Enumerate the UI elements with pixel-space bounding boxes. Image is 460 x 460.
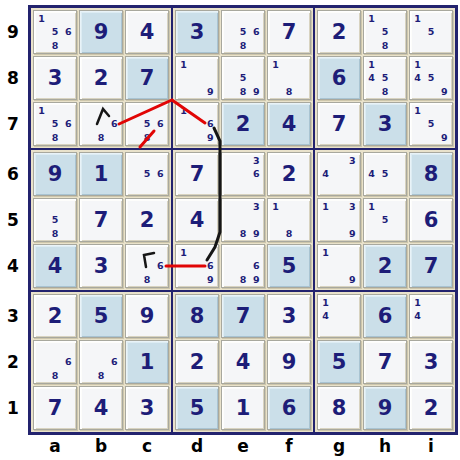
solved-digit-d5: 4 bbox=[176, 199, 218, 241]
empty-mark bbox=[438, 25, 451, 38]
cell-e3[interactable]: 7 bbox=[221, 294, 265, 338]
cell-b5[interactable]: 7 bbox=[79, 198, 123, 242]
col-label-i: i bbox=[418, 435, 444, 457]
cell-g2[interactable]: 5 bbox=[317, 340, 361, 384]
empty-mark bbox=[190, 131, 203, 144]
cell-d4[interactable]: 169 bbox=[175, 244, 219, 288]
solved-digit-e1: 1 bbox=[222, 387, 264, 429]
candidate-9-d8: 9 bbox=[204, 85, 217, 98]
box-8: 873249516 bbox=[173, 292, 313, 432]
pencil-marks-a9: 1568 bbox=[35, 12, 75, 52]
empty-mark bbox=[392, 167, 405, 180]
cell-f7[interactable]: 4 bbox=[267, 102, 311, 146]
candidate-6-e6: 6 bbox=[250, 167, 263, 180]
cell-d5[interactable]: 4 bbox=[175, 198, 219, 242]
empty-mark bbox=[392, 71, 405, 84]
candidate-8-a7: 8 bbox=[48, 131, 61, 144]
candidate-4-i3: 4 bbox=[411, 309, 424, 322]
solved-digit-b8: 2 bbox=[80, 57, 122, 99]
cell-a8[interactable]: 3 bbox=[33, 56, 77, 100]
empty-mark bbox=[346, 181, 359, 194]
candidate-5-a9: 5 bbox=[48, 25, 61, 38]
given-digit-i4: 7 bbox=[410, 245, 452, 287]
empty-mark bbox=[296, 227, 309, 240]
empty-mark bbox=[236, 58, 249, 71]
empty-mark bbox=[177, 85, 190, 98]
empty-mark bbox=[378, 200, 391, 213]
pencil-marks-f5: 18 bbox=[269, 200, 309, 240]
pencil-marks-e5: 389 bbox=[223, 200, 263, 240]
empty-mark bbox=[346, 323, 359, 336]
cell-c7[interactable]: 568 bbox=[125, 102, 169, 146]
given-digit-h7: 3 bbox=[364, 103, 406, 145]
candidate-5-h6: 5 bbox=[378, 167, 391, 180]
candidate-6-c7: 6 bbox=[154, 117, 167, 130]
cell-i2[interactable]: 3 bbox=[409, 340, 453, 384]
row-label-7: 7 bbox=[0, 113, 26, 135]
solved-digit-f2: 9 bbox=[268, 341, 310, 383]
cell-g5[interactable]: 139 bbox=[317, 198, 361, 242]
empty-mark bbox=[190, 58, 203, 71]
cell-b6[interactable]: 1 bbox=[79, 152, 123, 196]
empty-mark bbox=[282, 213, 295, 226]
cell-b9[interactable]: 9 bbox=[79, 10, 123, 54]
cell-a9[interactable]: 1568 bbox=[33, 10, 77, 54]
empty-mark bbox=[94, 104, 107, 117]
empty-mark bbox=[332, 309, 345, 322]
empty-mark bbox=[204, 71, 217, 84]
empty-mark bbox=[438, 39, 451, 52]
pencil-marks-a2: 68 bbox=[35, 342, 75, 382]
empty-mark bbox=[296, 200, 309, 213]
box-4: 915658724368 bbox=[31, 150, 171, 290]
cell-g4[interactable]: 19 bbox=[317, 244, 361, 288]
empty-mark bbox=[424, 39, 437, 52]
cell-a7[interactable]: 1568 bbox=[33, 102, 77, 146]
empty-mark bbox=[62, 131, 75, 144]
empty-mark bbox=[269, 85, 282, 98]
empty-mark bbox=[378, 154, 391, 167]
cell-e7[interactable]: 2 bbox=[221, 102, 265, 146]
candidate-9-e5: 9 bbox=[250, 227, 263, 240]
candidate-6-d7: 6 bbox=[204, 117, 217, 130]
candidate-5-e8: 5 bbox=[236, 71, 249, 84]
cell-e4[interactable]: 689 bbox=[221, 244, 265, 288]
empty-mark bbox=[204, 246, 217, 259]
pencil-marks-d8: 19 bbox=[177, 58, 217, 98]
cell-b2[interactable]: 68 bbox=[79, 340, 123, 384]
empty-mark bbox=[108, 342, 121, 355]
empty-mark bbox=[154, 104, 167, 117]
candidate-6-b7: 6 bbox=[108, 117, 121, 130]
empty-mark bbox=[332, 154, 345, 167]
empty-mark bbox=[223, 12, 236, 25]
cell-f2[interactable]: 9 bbox=[267, 340, 311, 384]
empty-mark bbox=[127, 273, 140, 286]
cell-g8[interactable]: 6 bbox=[317, 56, 361, 100]
cell-h5[interactable]: 15 bbox=[363, 198, 407, 242]
cell-c1[interactable]: 3 bbox=[125, 386, 169, 430]
row-label-6: 6 bbox=[0, 163, 26, 185]
empty-mark bbox=[154, 154, 167, 167]
pencil-marks-e4: 689 bbox=[223, 246, 263, 286]
cell-i4[interactable]: 7 bbox=[409, 244, 453, 288]
candidate-1-g5: 1 bbox=[319, 200, 332, 213]
solved-digit-c1: 3 bbox=[126, 387, 168, 429]
given-digit-c8: 7 bbox=[126, 57, 168, 99]
empty-mark bbox=[424, 323, 437, 336]
cell-g1[interactable]: 8 bbox=[317, 386, 361, 430]
empty-mark bbox=[154, 246, 167, 259]
pencil-marks-d4: 169 bbox=[177, 246, 217, 286]
solved-digit-a8: 3 bbox=[34, 57, 76, 99]
empty-mark bbox=[365, 85, 378, 98]
pencil-marks-a7: 1568 bbox=[35, 104, 75, 144]
empty-mark bbox=[250, 181, 263, 194]
cell-c2[interactable]: 1 bbox=[125, 340, 169, 384]
given-digit-f4: 5 bbox=[268, 245, 310, 287]
empty-mark bbox=[154, 181, 167, 194]
empty-mark bbox=[140, 259, 153, 272]
empty-mark bbox=[332, 246, 345, 259]
candidate-5-h5: 5 bbox=[378, 213, 391, 226]
pencil-marks-e8: 589 bbox=[223, 58, 263, 98]
pencil-marks-e9: 568 bbox=[223, 12, 263, 52]
candidate-6-b2: 6 bbox=[108, 355, 121, 368]
cell-g3[interactable]: 14 bbox=[317, 294, 361, 338]
given-digit-d1: 5 bbox=[176, 387, 218, 429]
cell-c8[interactable]: 7 bbox=[125, 56, 169, 100]
empty-mark bbox=[204, 104, 217, 117]
col-label-b: b bbox=[88, 435, 114, 457]
cell-h3[interactable]: 6 bbox=[363, 294, 407, 338]
given-digit-g8: 6 bbox=[318, 57, 360, 99]
empty-mark bbox=[332, 213, 345, 226]
cell-d8[interactable]: 19 bbox=[175, 56, 219, 100]
given-digit-d3: 8 bbox=[176, 295, 218, 337]
cell-d9[interactable]: 3 bbox=[175, 10, 219, 54]
solved-digit-i1: 2 bbox=[410, 387, 452, 429]
cell-h4[interactable]: 2 bbox=[363, 244, 407, 288]
cell-f9[interactable]: 7 bbox=[267, 10, 311, 54]
cell-b8[interactable]: 2 bbox=[79, 56, 123, 100]
empty-mark bbox=[204, 58, 217, 71]
empty-mark bbox=[438, 309, 451, 322]
solved-digit-c9: 4 bbox=[126, 11, 168, 53]
pencil-marks-h5: 15 bbox=[365, 200, 405, 240]
solved-digit-d6: 7 bbox=[176, 153, 218, 195]
cell-g7[interactable]: 7 bbox=[317, 102, 361, 146]
cell-i7[interactable]: 159 bbox=[409, 102, 453, 146]
empty-mark bbox=[108, 131, 121, 144]
empty-mark bbox=[365, 39, 378, 52]
candidate-9-i7: 9 bbox=[438, 131, 451, 144]
empty-mark bbox=[296, 85, 309, 98]
empty-mark bbox=[411, 85, 424, 98]
cell-c6[interactable]: 56 bbox=[125, 152, 169, 196]
empty-mark bbox=[438, 296, 451, 309]
empty-mark bbox=[365, 227, 378, 240]
cell-a2[interactable]: 68 bbox=[33, 340, 77, 384]
pencil-marks-g5: 139 bbox=[319, 200, 359, 240]
empty-mark bbox=[190, 85, 203, 98]
cell-h6[interactable]: 45 bbox=[363, 152, 407, 196]
empty-mark bbox=[140, 181, 153, 194]
empty-mark bbox=[392, 85, 405, 98]
solved-digit-a1: 7 bbox=[34, 387, 76, 429]
empty-mark bbox=[346, 296, 359, 309]
empty-mark bbox=[438, 104, 451, 117]
cell-a5[interactable]: 58 bbox=[33, 198, 77, 242]
cell-e1[interactable]: 1 bbox=[221, 386, 265, 430]
candidate-6-e4: 6 bbox=[250, 259, 263, 272]
row-label-3: 3 bbox=[0, 305, 26, 327]
empty-mark bbox=[94, 355, 107, 368]
empty-mark bbox=[236, 200, 249, 213]
given-digit-a4: 4 bbox=[34, 245, 76, 287]
row-label-5: 5 bbox=[0, 209, 26, 231]
given-digit-g2: 5 bbox=[318, 341, 360, 383]
pencil-marks-c6: 56 bbox=[127, 154, 167, 194]
empty-mark bbox=[411, 117, 424, 130]
empty-mark bbox=[81, 342, 94, 355]
empty-mark bbox=[378, 58, 391, 71]
solved-digit-a3: 2 bbox=[34, 295, 76, 337]
candidate-9-g5: 9 bbox=[346, 227, 359, 240]
cell-f6[interactable]: 2 bbox=[267, 152, 311, 196]
candidate-3-g6: 3 bbox=[346, 154, 359, 167]
empty-mark bbox=[332, 167, 345, 180]
cell-i8[interactable]: 1459 bbox=[409, 56, 453, 100]
empty-mark bbox=[177, 273, 190, 286]
empty-mark bbox=[190, 273, 203, 286]
solved-digit-g9: 2 bbox=[318, 11, 360, 53]
empty-mark bbox=[424, 296, 437, 309]
pencil-marks-g3: 14 bbox=[319, 296, 359, 336]
empty-mark bbox=[177, 259, 190, 272]
empty-mark bbox=[154, 131, 167, 144]
empty-mark bbox=[223, 85, 236, 98]
col-label-c: c bbox=[134, 435, 160, 457]
candidate-4-i8: 4 bbox=[411, 71, 424, 84]
empty-mark bbox=[154, 273, 167, 286]
cell-e5[interactable]: 389 bbox=[221, 198, 265, 242]
empty-mark bbox=[319, 227, 332, 240]
cell-a3[interactable]: 2 bbox=[33, 294, 77, 338]
cell-b4[interactable]: 3 bbox=[79, 244, 123, 288]
cell-c4[interactable]: 68 bbox=[125, 244, 169, 288]
cell-b3[interactable]: 5 bbox=[79, 294, 123, 338]
given-digit-d9: 3 bbox=[176, 11, 218, 53]
solved-digit-h2: 7 bbox=[364, 341, 406, 383]
candidate-1-a9: 1 bbox=[35, 12, 48, 25]
solved-digit-b4: 3 bbox=[80, 245, 122, 287]
empty-mark bbox=[127, 131, 140, 144]
empty-mark bbox=[62, 104, 75, 117]
cell-h2[interactable]: 7 bbox=[363, 340, 407, 384]
empty-mark bbox=[140, 154, 153, 167]
empty-mark bbox=[35, 227, 48, 240]
empty-mark bbox=[236, 259, 249, 272]
cell-c5[interactable]: 2 bbox=[125, 198, 169, 242]
candidate-9-g4: 9 bbox=[346, 273, 359, 286]
empty-mark bbox=[378, 12, 391, 25]
candidate-6-e9: 6 bbox=[250, 25, 263, 38]
cell-e9[interactable]: 568 bbox=[221, 10, 265, 54]
cell-a6[interactable]: 9 bbox=[33, 152, 77, 196]
candidate-8-b7: 8 bbox=[94, 131, 107, 144]
cell-f5[interactable]: 18 bbox=[267, 198, 311, 242]
cell-c9[interactable]: 4 bbox=[125, 10, 169, 54]
cell-d7[interactable]: 169 bbox=[175, 102, 219, 146]
empty-mark bbox=[424, 131, 437, 144]
cell-f4[interactable]: 5 bbox=[267, 244, 311, 288]
cell-a4[interactable]: 4 bbox=[33, 244, 77, 288]
empty-mark bbox=[392, 58, 405, 71]
cell-b7[interactable]: 68 bbox=[79, 102, 123, 146]
candidate-1-h9: 1 bbox=[365, 12, 378, 25]
candidate-5-h8: 5 bbox=[378, 71, 391, 84]
cell-e2[interactable]: 4 bbox=[221, 340, 265, 384]
pencil-marks-a5: 58 bbox=[35, 200, 75, 240]
candidate-8-a9: 8 bbox=[48, 39, 61, 52]
empty-mark bbox=[190, 259, 203, 272]
col-label-f: f bbox=[276, 435, 302, 457]
cell-g6[interactable]: 34 bbox=[317, 152, 361, 196]
given-digit-b3: 5 bbox=[80, 295, 122, 337]
candidate-4-h8: 4 bbox=[365, 71, 378, 84]
cell-h1[interactable]: 9 bbox=[363, 386, 407, 430]
candidate-5-i8: 5 bbox=[424, 71, 437, 84]
empty-mark bbox=[365, 213, 378, 226]
empty-mark bbox=[392, 213, 405, 226]
box-9: 14614573892 bbox=[315, 292, 455, 432]
pencil-marks-h9: 158 bbox=[365, 12, 405, 52]
pencil-marks-i3: 14 bbox=[411, 296, 451, 336]
empty-mark bbox=[250, 39, 263, 52]
empty-mark bbox=[223, 273, 236, 286]
empty-mark bbox=[48, 342, 61, 355]
empty-mark bbox=[35, 25, 48, 38]
empty-mark bbox=[250, 71, 263, 84]
solved-digit-f3: 3 bbox=[268, 295, 310, 337]
candidate-8-c7: 8 bbox=[140, 131, 153, 144]
pencil-marks-c7: 568 bbox=[127, 104, 167, 144]
empty-mark bbox=[62, 369, 75, 382]
candidate-9-e8: 9 bbox=[250, 85, 263, 98]
box-3: 21581561458145973159 bbox=[315, 8, 455, 148]
candidate-8-h8: 8 bbox=[378, 85, 391, 98]
empty-mark bbox=[35, 213, 48, 226]
empty-mark bbox=[35, 355, 48, 368]
candidate-4-g3: 4 bbox=[319, 309, 332, 322]
solved-digit-i5: 6 bbox=[410, 199, 452, 241]
empty-mark bbox=[62, 213, 75, 226]
pencil-marks-e6: 36 bbox=[223, 154, 263, 194]
empty-mark bbox=[365, 154, 378, 167]
cell-d1[interactable]: 5 bbox=[175, 386, 219, 430]
empty-mark bbox=[346, 246, 359, 259]
candidate-1-g4: 1 bbox=[319, 246, 332, 259]
cell-f1[interactable]: 6 bbox=[267, 386, 311, 430]
empty-mark bbox=[127, 154, 140, 167]
empty-mark bbox=[269, 227, 282, 240]
empty-mark bbox=[332, 227, 345, 240]
cell-e8[interactable]: 589 bbox=[221, 56, 265, 100]
empty-mark bbox=[346, 167, 359, 180]
cell-a1[interactable]: 7 bbox=[33, 386, 77, 430]
empty-mark bbox=[332, 273, 345, 286]
empty-mark bbox=[438, 58, 451, 71]
empty-mark bbox=[94, 117, 107, 130]
empty-mark bbox=[346, 213, 359, 226]
cell-g9[interactable]: 2 bbox=[317, 10, 361, 54]
candidate-8-f5: 8 bbox=[282, 227, 295, 240]
empty-mark bbox=[62, 39, 75, 52]
pencil-marks-i8: 1459 bbox=[411, 58, 451, 98]
cell-h8[interactable]: 1458 bbox=[363, 56, 407, 100]
pencil-marks-c4: 68 bbox=[127, 246, 167, 286]
row-label-2: 2 bbox=[0, 351, 26, 373]
given-digit-h4: 2 bbox=[364, 245, 406, 287]
candidate-1-f8: 1 bbox=[269, 58, 282, 71]
cell-d2[interactable]: 2 bbox=[175, 340, 219, 384]
cell-h9[interactable]: 158 bbox=[363, 10, 407, 54]
cell-c3[interactable]: 9 bbox=[125, 294, 169, 338]
cell-i5[interactable]: 6 bbox=[409, 198, 453, 242]
candidate-8-e8: 8 bbox=[236, 85, 249, 98]
empty-mark bbox=[35, 342, 48, 355]
cell-f8[interactable]: 18 bbox=[267, 56, 311, 100]
empty-mark bbox=[177, 71, 190, 84]
candidate-6-c4: 6 bbox=[154, 259, 167, 272]
cell-b1[interactable]: 4 bbox=[79, 386, 123, 430]
cell-e6[interactable]: 36 bbox=[221, 152, 265, 196]
candidate-1-i7: 1 bbox=[411, 104, 424, 117]
solved-digit-b1: 4 bbox=[80, 387, 122, 429]
candidate-1-d8: 1 bbox=[177, 58, 190, 71]
pencil-marks-b2: 68 bbox=[81, 342, 121, 382]
box-1: 156894327156868568 bbox=[31, 8, 171, 148]
empty-mark bbox=[81, 104, 94, 117]
empty-mark bbox=[424, 12, 437, 25]
candidate-5-i7: 5 bbox=[424, 117, 437, 130]
empty-mark bbox=[127, 259, 140, 272]
cell-f3[interactable]: 3 bbox=[267, 294, 311, 338]
candidate-6-c6: 6 bbox=[154, 167, 167, 180]
candidate-1-d7: 1 bbox=[177, 104, 190, 117]
empty-mark bbox=[296, 71, 309, 84]
cell-i3[interactable]: 14 bbox=[409, 294, 453, 338]
empty-mark bbox=[223, 181, 236, 194]
cell-i6[interactable]: 8 bbox=[409, 152, 453, 196]
empty-mark bbox=[438, 117, 451, 130]
empty-mark bbox=[378, 227, 391, 240]
empty-mark bbox=[319, 273, 332, 286]
row-label-8: 8 bbox=[0, 67, 26, 89]
candidate-8-b2: 8 bbox=[94, 369, 107, 382]
empty-mark bbox=[35, 39, 48, 52]
cell-i1[interactable]: 2 bbox=[409, 386, 453, 430]
pencil-marks-f8: 18 bbox=[269, 58, 309, 98]
cell-d6[interactable]: 7 bbox=[175, 152, 219, 196]
empty-mark bbox=[378, 181, 391, 194]
cell-d3[interactable]: 8 bbox=[175, 294, 219, 338]
box-7: 25968681743 bbox=[31, 292, 171, 432]
empty-mark bbox=[236, 154, 249, 167]
cell-i9[interactable]: 15 bbox=[409, 10, 453, 54]
cell-h7[interactable]: 3 bbox=[363, 102, 407, 146]
